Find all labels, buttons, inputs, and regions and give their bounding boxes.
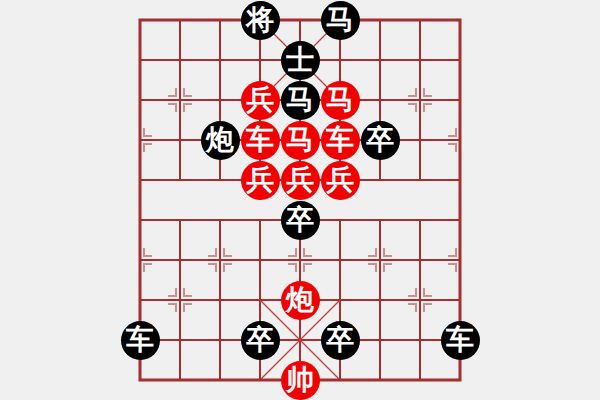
piece-black-advisor[interactable]: 士 [281,41,320,80]
piece-black-general[interactable]: 将 [241,1,280,40]
piece-red-soldier[interactable]: 兵 [241,161,280,200]
piece-red-horse[interactable]: 马 [281,121,320,160]
xiangqi-board-screenshot: 将马士兵马马炮车马车卒兵兵兵卒炮车卒卒车帅 [0,0,600,400]
piece-red-chariot[interactable]: 车 [321,121,360,160]
piece-red-soldier[interactable]: 兵 [281,161,320,200]
piece-black-soldier[interactable]: 卒 [321,321,360,360]
piece-black-chariot[interactable]: 车 [441,321,480,360]
piece-black-horse[interactable]: 马 [281,81,320,120]
piece-red-soldier[interactable]: 兵 [241,81,280,120]
piece-black-soldier[interactable]: 卒 [281,201,320,240]
piece-black-soldier[interactable]: 卒 [361,121,400,160]
piece-red-general[interactable]: 帅 [281,361,320,400]
piece-red-soldier[interactable]: 兵 [321,161,360,200]
piece-black-horse[interactable]: 马 [321,1,360,40]
piece-red-horse[interactable]: 马 [321,81,360,120]
piece-black-cannon[interactable]: 炮 [201,121,240,160]
pieces-layer: 将马士兵马马炮车马车卒兵兵兵卒炮车卒卒车帅 [120,0,480,400]
piece-red-chariot[interactable]: 车 [241,121,280,160]
piece-black-chariot[interactable]: 车 [121,321,160,360]
piece-black-soldier[interactable]: 卒 [241,321,280,360]
piece-red-cannon[interactable]: 炮 [281,281,320,320]
